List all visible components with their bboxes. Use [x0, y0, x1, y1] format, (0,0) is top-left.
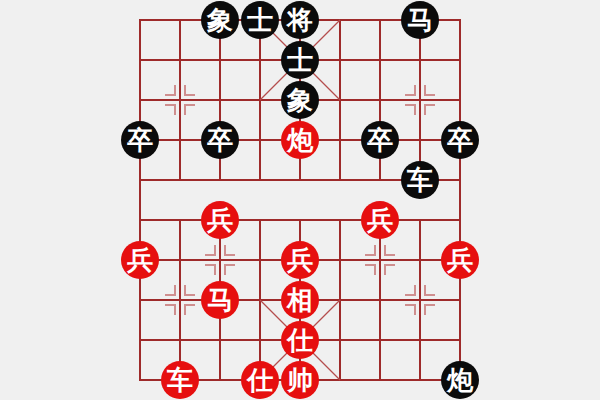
piece-black-cannon[interactable]: 炮 — [441, 361, 479, 399]
piece-black-elephant[interactable]: 象 — [201, 1, 239, 39]
piece-black-general[interactable]: 将 — [281, 1, 319, 39]
piece-black-soldier[interactable]: 卒 — [201, 121, 239, 159]
piece-red-soldier[interactable]: 兵 — [281, 241, 319, 279]
piece-black-horse[interactable]: 马 — [401, 1, 439, 39]
piece-black-elephant[interactable]: 象 — [281, 81, 319, 119]
piece-black-advisor[interactable]: 士 — [281, 41, 319, 79]
piece-black-soldier[interactable]: 卒 — [121, 121, 159, 159]
piece-red-horse[interactable]: 马 — [201, 281, 239, 319]
piece-black-soldier[interactable]: 卒 — [361, 121, 399, 159]
piece-red-soldier[interactable]: 兵 — [121, 241, 159, 279]
piece-black-chariot[interactable]: 车 — [401, 161, 439, 199]
piece-black-advisor[interactable]: 士 — [241, 1, 279, 39]
piece-red-advisor[interactable]: 仕 — [281, 321, 319, 359]
piece-red-soldier[interactable]: 兵 — [441, 241, 479, 279]
piece-red-soldier[interactable]: 兵 — [361, 201, 399, 239]
piece-red-cannon[interactable]: 炮 — [281, 121, 319, 159]
piece-red-elephant[interactable]: 相 — [281, 281, 319, 319]
piece-black-soldier[interactable]: 卒 — [441, 121, 479, 159]
piece-red-advisor[interactable]: 仕 — [241, 361, 279, 399]
xiangqi-app: 象士将马士象卒卒炮卒卒车兵兵兵兵兵马相仕车仕帅炮 — [0, 0, 600, 400]
xiangqi-board[interactable]: 象士将马士象卒卒炮卒卒车兵兵兵兵兵马相仕车仕帅炮 — [120, 0, 480, 400]
piece-red-chariot[interactable]: 车 — [161, 361, 199, 399]
piece-red-soldier[interactable]: 兵 — [201, 201, 239, 239]
piece-red-general[interactable]: 帅 — [281, 361, 319, 399]
